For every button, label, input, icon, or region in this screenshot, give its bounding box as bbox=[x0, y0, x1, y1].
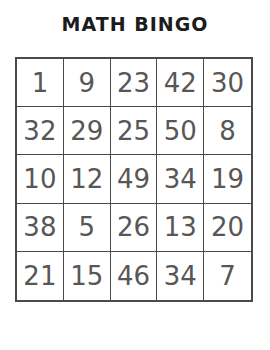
bingo-cell-r3c3: 49 bbox=[111, 155, 158, 203]
bingo-cell-r4c2: 5 bbox=[64, 204, 111, 252]
bingo-cell-r5c5: 7 bbox=[204, 252, 251, 300]
page-title: MATH BINGO bbox=[0, 13, 270, 35]
bingo-cell-r1c1: 1 bbox=[17, 59, 64, 107]
bingo-cell-r3c5: 19 bbox=[204, 155, 251, 203]
bingo-cell-r5c1: 21 bbox=[17, 252, 64, 300]
bingo-cell-r4c5: 20 bbox=[204, 204, 251, 252]
bingo-cell-r5c2: 15 bbox=[64, 252, 111, 300]
bingo-cell-r1c2: 9 bbox=[64, 59, 111, 107]
bingo-cell-r4c1: 38 bbox=[17, 204, 64, 252]
bingo-cell-r2c1: 32 bbox=[17, 107, 64, 155]
bingo-card-page: MATH BINGO 1 9 23 42 30 32 29 25 50 8 10… bbox=[0, 0, 270, 350]
bingo-cell-r3c1: 10 bbox=[17, 155, 64, 203]
bingo-cell-r2c5: 8 bbox=[204, 107, 251, 155]
bingo-cell-r2c2: 29 bbox=[64, 107, 111, 155]
bingo-cell-r4c4: 13 bbox=[157, 204, 204, 252]
bingo-cell-r5c4: 34 bbox=[157, 252, 204, 300]
bingo-cell-r1c3: 23 bbox=[111, 59, 158, 107]
bingo-cell-r1c4: 42 bbox=[157, 59, 204, 107]
bingo-cell-r2c3: 25 bbox=[111, 107, 158, 155]
bingo-cell-r1c5: 30 bbox=[204, 59, 251, 107]
bingo-cell-r2c4: 50 bbox=[157, 107, 204, 155]
bingo-cell-r5c3: 46 bbox=[111, 252, 158, 300]
bingo-cell-r3c4: 34 bbox=[157, 155, 204, 203]
bingo-cell-r4c3: 26 bbox=[111, 204, 158, 252]
bingo-grid: 1 9 23 42 30 32 29 25 50 8 10 12 49 34 1… bbox=[15, 57, 253, 302]
bingo-cell-r3c2: 12 bbox=[64, 155, 111, 203]
